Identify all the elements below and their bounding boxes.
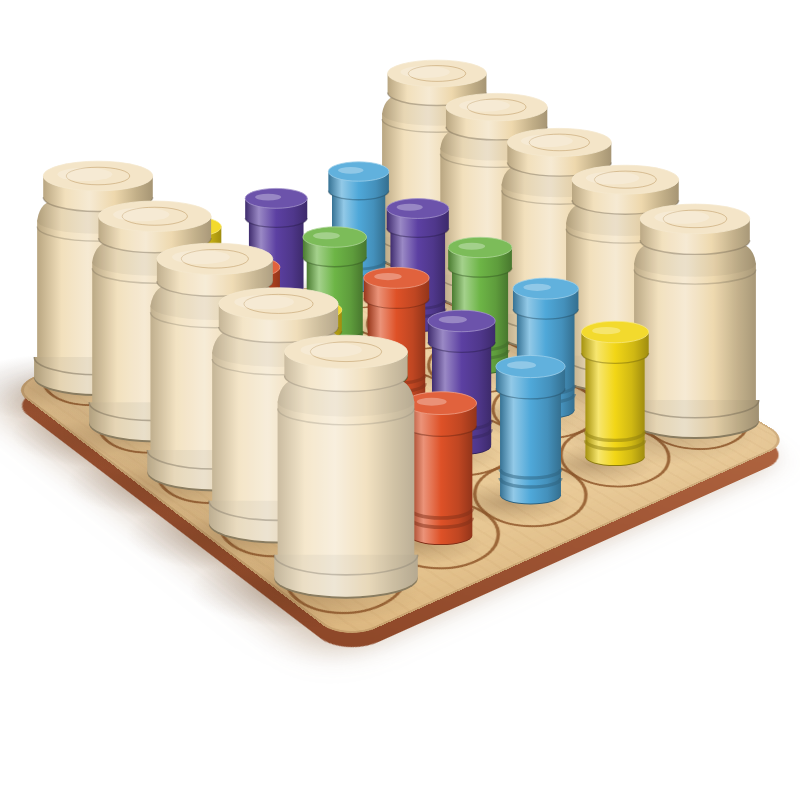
board-photo [0,0,800,800]
hole-grid [98,255,695,577]
